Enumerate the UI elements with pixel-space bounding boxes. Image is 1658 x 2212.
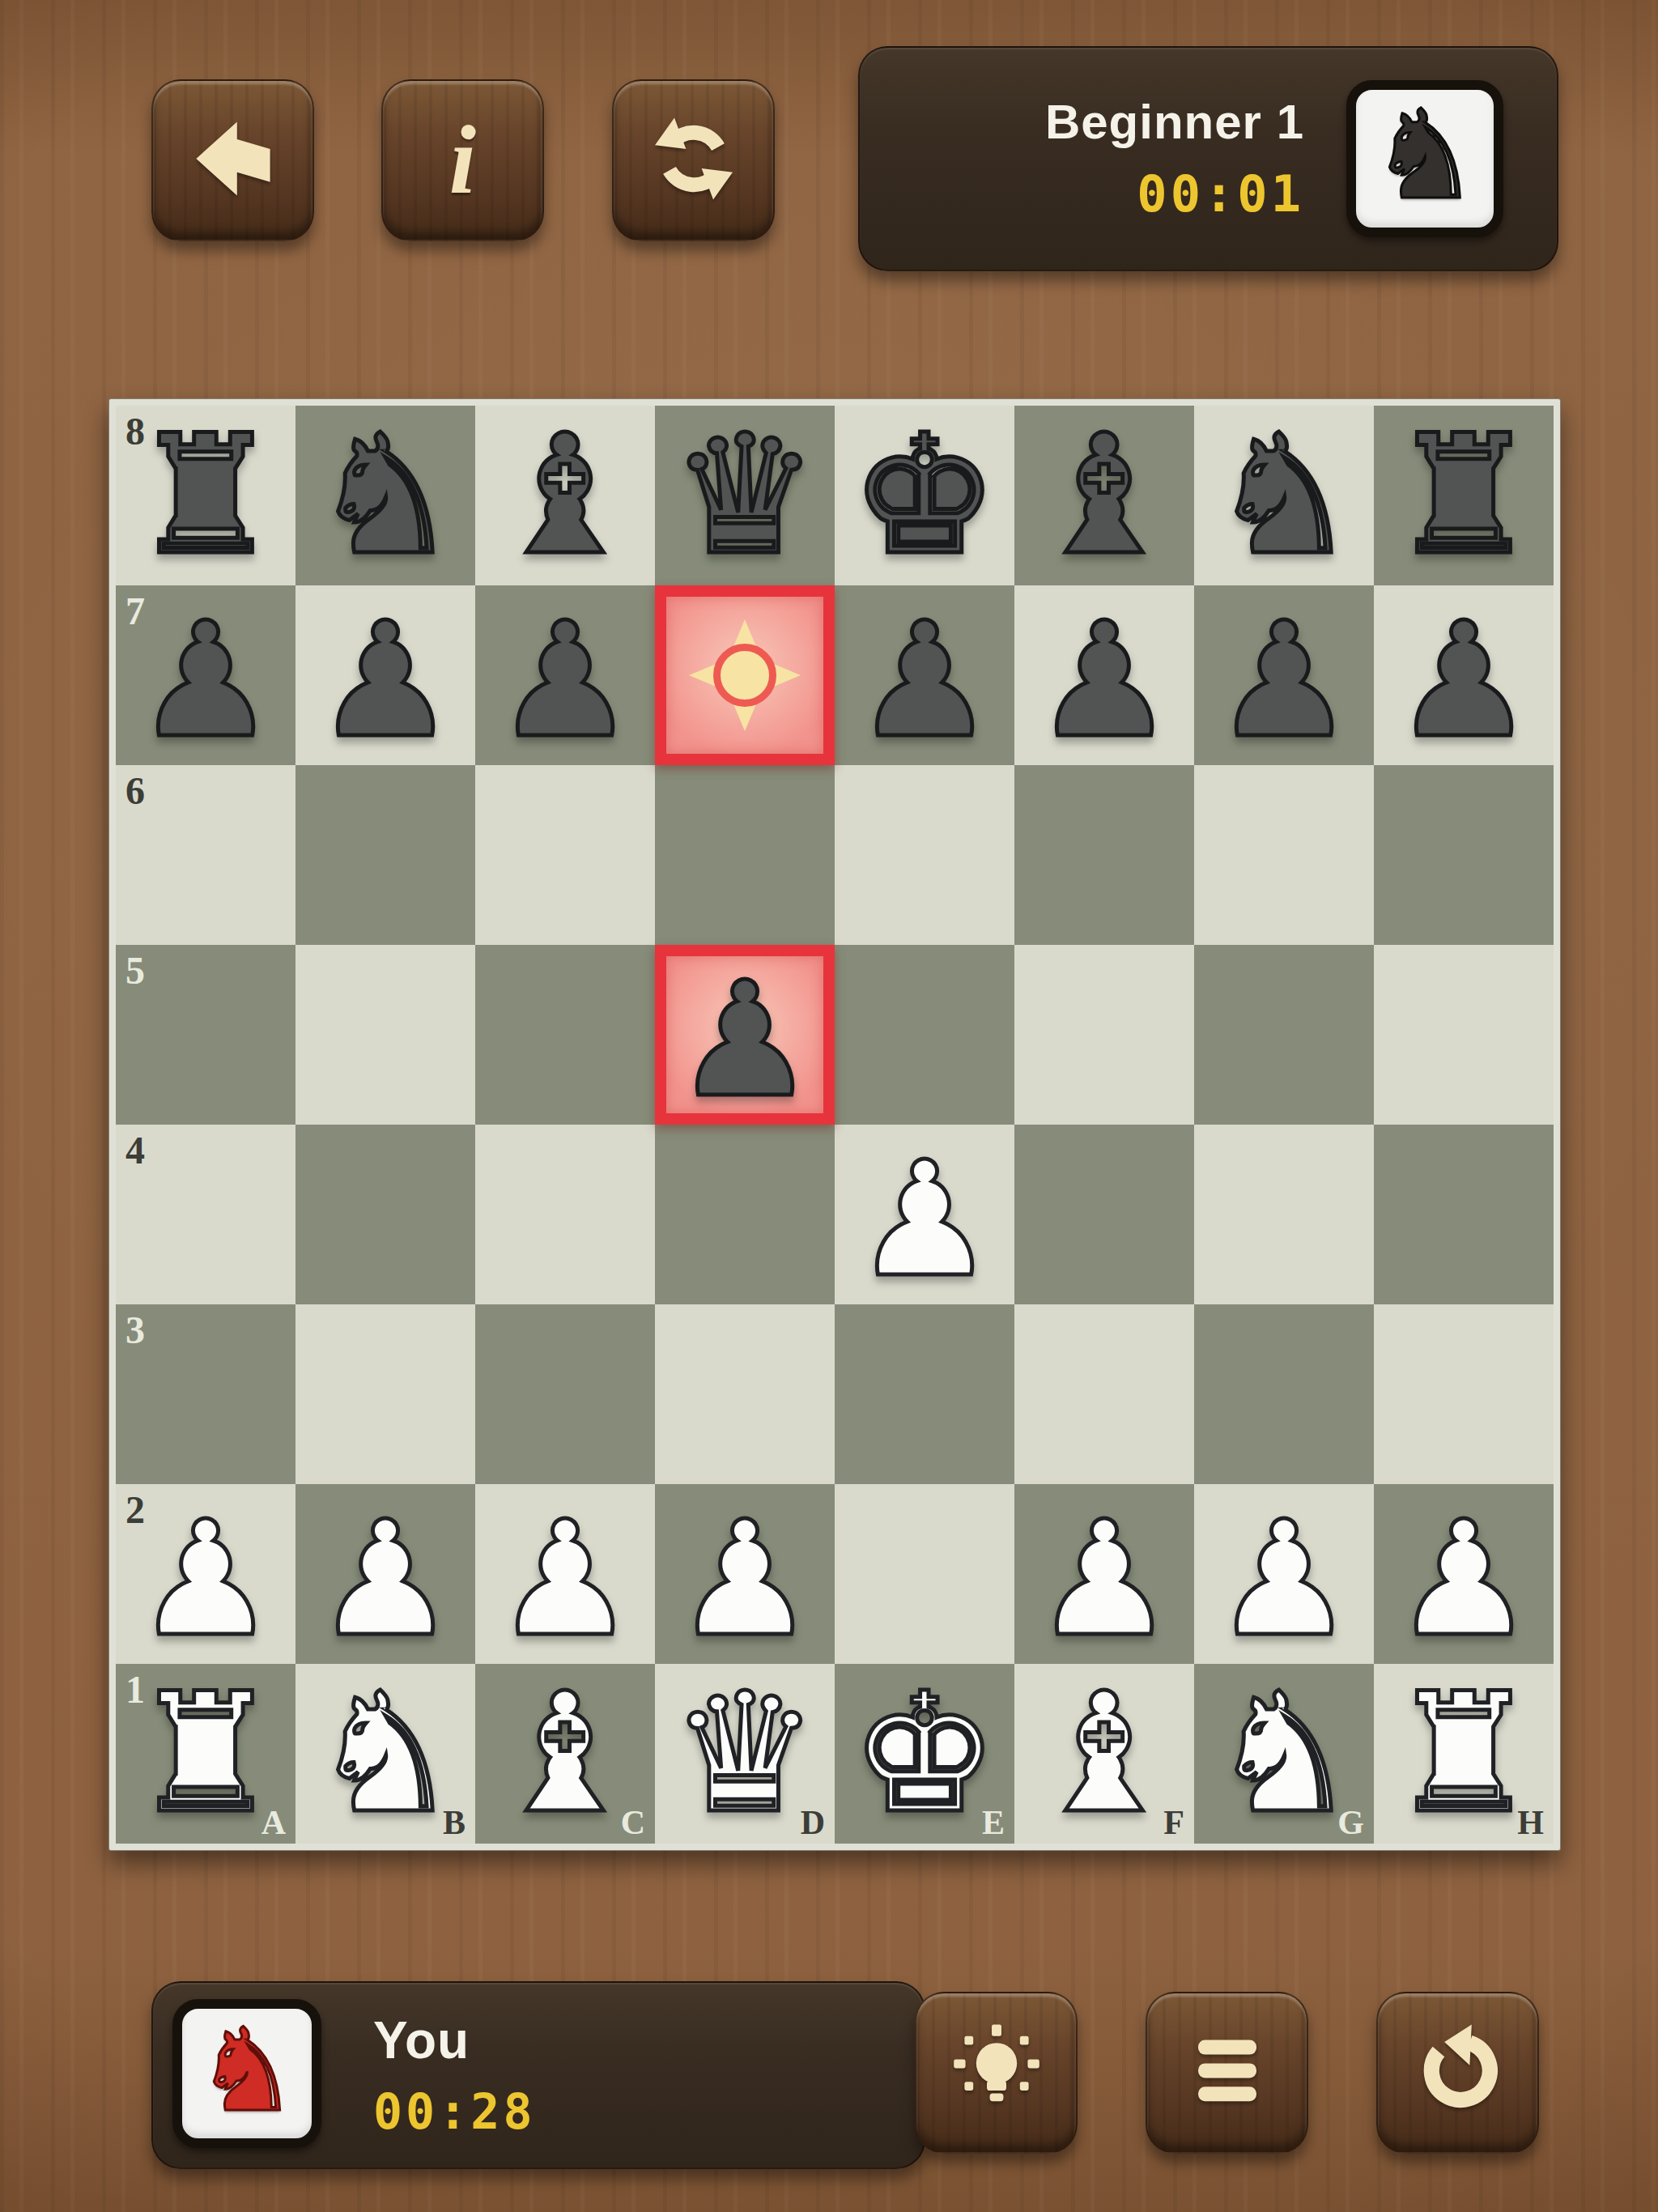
square-g7[interactable]: ♟ [1194, 585, 1374, 765]
square-c4[interactable] [475, 1125, 655, 1304]
square-d6[interactable] [655, 765, 835, 945]
file-label-g: G [1337, 1803, 1364, 1842]
piece-black-pawn[interactable]: ♟ [475, 590, 655, 770]
piece-black-knight[interactable]: ♞ [1194, 406, 1374, 585]
piece-black-pawn[interactable]: ♟ [666, 961, 823, 1118]
square-h4[interactable] [1374, 1125, 1554, 1304]
piece-black-pawn[interactable]: ♟ [1014, 590, 1194, 770]
piece-black-pawn[interactable]: ♟ [1194, 590, 1374, 770]
square-e7[interactable]: ♟ [835, 585, 1014, 765]
square-c6[interactable] [475, 765, 655, 945]
square-a8[interactable]: ♜8 [116, 406, 295, 585]
rank-label-6: 6 [125, 768, 145, 813]
move-from-icon [666, 597, 823, 754]
square-c5[interactable] [475, 945, 655, 1125]
square-f5[interactable] [1014, 945, 1194, 1125]
player-panel: ♞ You 00:28 [151, 1981, 925, 2169]
square-h5[interactable] [1374, 945, 1554, 1125]
flip-board-button[interactable] [612, 79, 775, 241]
square-c2[interactable]: ♟ [475, 1484, 655, 1664]
chess-app-screen: i Beginner 1 00:01 ♞ ♜8♞♝♛♚♝♞♜♟7♟♟♟♟♟♟65… [0, 0, 1658, 2212]
opponent-panel: Beginner 1 00:01 ♞ [858, 46, 1558, 271]
menu-bars-icon [1179, 2023, 1276, 2123]
player-name: You [373, 2010, 470, 2070]
square-g1[interactable]: ♞G [1194, 1664, 1374, 1844]
file-label-d: D [801, 1803, 825, 1842]
lightbulb-icon [948, 2023, 1045, 2123]
piece-white-pawn[interactable]: ♟ [1014, 1489, 1194, 1669]
square-g2[interactable]: ♟ [1194, 1484, 1374, 1664]
piece-black-rook[interactable]: ♜ [1374, 406, 1554, 585]
square-c1[interactable]: ♝C [475, 1664, 655, 1844]
piece-black-queen[interactable]: ♛ [655, 406, 835, 585]
square-g6[interactable] [1194, 765, 1374, 945]
square-f2[interactable]: ♟ [1014, 1484, 1194, 1664]
square-b7[interactable]: ♟ [295, 585, 475, 765]
undo-button[interactable] [1376, 1992, 1539, 2154]
opponent-name: Beginner 1 [1045, 94, 1304, 150]
menu-button[interactable] [1146, 1992, 1308, 2154]
piece-white-pawn[interactable]: ♟ [1374, 1489, 1554, 1669]
hint-button[interactable] [915, 1992, 1078, 2154]
rank-label-8: 8 [125, 409, 145, 453]
square-f6[interactable] [1014, 765, 1194, 945]
file-label-e: E [982, 1803, 1005, 1842]
back-button[interactable] [151, 79, 314, 241]
info-button[interactable]: i [381, 79, 544, 241]
info-icon: i [449, 112, 476, 209]
square-c8[interactable]: ♝ [475, 406, 655, 585]
square-e8[interactable]: ♚ [835, 406, 1014, 585]
black-knight-icon: ♞ [1370, 94, 1480, 217]
square-b1[interactable]: ♞B [295, 1664, 475, 1844]
square-g3[interactable] [1194, 1304, 1374, 1484]
flip-arrows-icon [645, 110, 742, 211]
square-h8[interactable]: ♜ [1374, 406, 1554, 585]
square-a5[interactable]: 5 [116, 945, 295, 1125]
square-e2[interactable] [835, 1484, 1014, 1664]
rank-label-5: 5 [125, 948, 145, 993]
player-avatar: ♞ [172, 1999, 321, 2148]
square-h7[interactable]: ♟ [1374, 585, 1554, 765]
rank-label-7: 7 [125, 589, 145, 633]
file-label-b: B [443, 1803, 466, 1842]
square-b4[interactable] [295, 1125, 475, 1304]
piece-black-bishop[interactable]: ♝ [1014, 406, 1194, 585]
square-a1[interactable]: ♜1A [116, 1664, 295, 1844]
square-b3[interactable] [295, 1304, 475, 1484]
square-e3[interactable] [835, 1304, 1014, 1484]
square-g4[interactable] [1194, 1125, 1374, 1304]
player-clock: 00:28 [373, 2083, 536, 2140]
piece-white-pawn[interactable]: ♟ [1194, 1489, 1374, 1669]
rank-label-1: 1 [125, 1667, 145, 1712]
square-a6[interactable]: 6 [116, 765, 295, 945]
square-b2[interactable]: ♟ [295, 1484, 475, 1664]
chess-board: ♜8♞♝♛♚♝♞♜♟7♟♟♟♟♟♟65♟4♟3♟2♟♟♟♟♟♟♜1A♞B♝C♛D… [116, 406, 1554, 1844]
square-d2[interactable]: ♟ [655, 1484, 835, 1664]
rank-label-3: 3 [125, 1308, 145, 1352]
square-f4[interactable] [1014, 1125, 1194, 1304]
file-label-h: H [1517, 1803, 1544, 1842]
square-a3[interactable]: 3 [116, 1304, 295, 1484]
chess-board-frame: ♜8♞♝♛♚♝♞♜♟7♟♟♟♟♟♟65♟4♟3♟2♟♟♟♟♟♟♜1A♞B♝C♛D… [108, 398, 1561, 1851]
piece-white-pawn[interactable]: ♟ [475, 1489, 655, 1669]
square-h1[interactable]: ♜H [1374, 1664, 1554, 1844]
piece-black-pawn[interactable]: ♟ [835, 590, 1014, 770]
square-f1[interactable]: ♝F [1014, 1664, 1194, 1844]
file-label-f: F [1163, 1803, 1184, 1842]
rank-label-2: 2 [125, 1487, 145, 1532]
undo-arrow-icon [1409, 2023, 1507, 2123]
file-label-a: A [261, 1803, 286, 1842]
square-e5[interactable] [835, 945, 1014, 1125]
opponent-avatar: ♞ [1346, 80, 1503, 237]
square-d4[interactable] [655, 1125, 835, 1304]
piece-black-knight[interactable]: ♞ [295, 406, 475, 585]
square-b6[interactable] [295, 765, 475, 945]
square-d5[interactable]: ♟ [655, 945, 835, 1125]
square-h2[interactable]: ♟ [1374, 1484, 1554, 1664]
square-d7[interactable] [655, 585, 835, 765]
square-e6[interactable] [835, 765, 1014, 945]
square-f3[interactable] [1014, 1304, 1194, 1484]
square-f7[interactable]: ♟ [1014, 585, 1194, 765]
square-f8[interactable]: ♝ [1014, 406, 1194, 585]
piece-white-pawn[interactable]: ♟ [835, 1129, 1014, 1309]
opponent-clock: 00:01 [1137, 164, 1304, 223]
piece-black-king[interactable]: ♚ [835, 406, 1014, 585]
square-e1[interactable]: ♚E [835, 1664, 1014, 1844]
square-d1[interactable]: ♛D [655, 1664, 835, 1844]
piece-black-bishop[interactable]: ♝ [475, 406, 655, 585]
square-h6[interactable] [1374, 765, 1554, 945]
file-label-c: C [621, 1803, 645, 1842]
square-c3[interactable] [475, 1304, 655, 1484]
square-b8[interactable]: ♞ [295, 406, 475, 585]
square-a7[interactable]: ♟7 [116, 585, 295, 765]
square-c7[interactable]: ♟ [475, 585, 655, 765]
square-a2[interactable]: ♟2 [116, 1484, 295, 1664]
square-d3[interactable] [655, 1304, 835, 1484]
square-h3[interactable] [1374, 1304, 1554, 1484]
piece-white-pawn[interactable]: ♟ [295, 1489, 475, 1669]
square-a4[interactable]: 4 [116, 1125, 295, 1304]
square-g8[interactable]: ♞ [1194, 406, 1374, 585]
piece-white-pawn[interactable]: ♟ [655, 1489, 835, 1669]
back-arrow-icon [185, 110, 282, 211]
square-d8[interactable]: ♛ [655, 406, 835, 585]
piece-black-pawn[interactable]: ♟ [1374, 590, 1554, 770]
square-e4[interactable]: ♟ [835, 1125, 1014, 1304]
red-knight-icon: ♞ [195, 2013, 298, 2128]
square-b5[interactable] [295, 945, 475, 1125]
piece-black-pawn[interactable]: ♟ [295, 590, 475, 770]
rank-label-4: 4 [125, 1128, 145, 1172]
square-g5[interactable] [1194, 945, 1374, 1125]
